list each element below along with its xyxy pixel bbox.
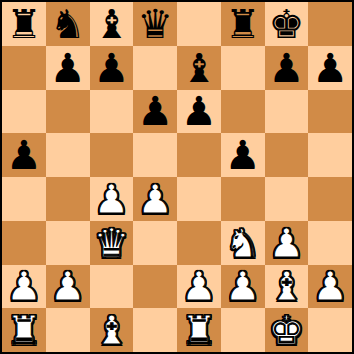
- square-c7[interactable]: ♟: [90, 46, 134, 90]
- square-f6[interactable]: [221, 90, 265, 134]
- piece-black-king: ♚: [268, 4, 304, 44]
- square-e3[interactable]: [177, 221, 221, 265]
- square-h1[interactable]: [308, 308, 352, 352]
- square-b2[interactable]: ♟: [46, 265, 90, 309]
- square-h8[interactable]: [308, 2, 352, 46]
- square-b3[interactable]: [46, 221, 90, 265]
- square-a7[interactable]: [2, 46, 46, 90]
- square-g1[interactable]: ♚: [265, 308, 309, 352]
- square-e1[interactable]: ♜: [177, 308, 221, 352]
- piece-black-pawn: ♟: [268, 48, 304, 88]
- piece-black-queen: ♛: [137, 4, 173, 44]
- square-a3[interactable]: [2, 221, 46, 265]
- square-d1[interactable]: [133, 308, 177, 352]
- square-e6[interactable]: ♟: [177, 90, 221, 134]
- square-c1[interactable]: ♝: [90, 308, 134, 352]
- square-e8[interactable]: [177, 2, 221, 46]
- square-b7[interactable]: ♟: [46, 46, 90, 90]
- square-c4[interactable]: ♟: [90, 177, 134, 221]
- square-g6[interactable]: [265, 90, 309, 134]
- square-h5[interactable]: [308, 133, 352, 177]
- piece-white-rook: ♜: [6, 310, 42, 350]
- square-b5[interactable]: [46, 133, 90, 177]
- piece-black-pawn: ♟: [225, 135, 261, 175]
- piece-white-rook: ♜: [181, 310, 217, 350]
- square-c5[interactable]: [90, 133, 134, 177]
- piece-white-pawn: ♟: [93, 179, 129, 219]
- square-h4[interactable]: [308, 177, 352, 221]
- piece-black-rook: ♜: [225, 4, 261, 44]
- square-c2[interactable]: [90, 265, 134, 309]
- piece-white-pawn: ♟: [225, 266, 261, 306]
- square-b4[interactable]: [46, 177, 90, 221]
- piece-black-pawn: ♟: [6, 135, 42, 175]
- square-a8[interactable]: ♜: [2, 2, 46, 46]
- square-h6[interactable]: [308, 90, 352, 134]
- piece-white-bishop: ♝: [268, 266, 304, 306]
- square-f1[interactable]: [221, 308, 265, 352]
- square-d7[interactable]: [133, 46, 177, 90]
- piece-white-pawn: ♟: [312, 266, 348, 306]
- piece-black-pawn: ♟: [312, 48, 348, 88]
- piece-white-pawn: ♟: [6, 266, 42, 306]
- piece-black-bishop: ♝: [93, 4, 129, 44]
- square-c8[interactable]: ♝: [90, 2, 134, 46]
- square-g8[interactable]: ♚: [265, 2, 309, 46]
- piece-white-pawn: ♟: [181, 266, 217, 306]
- square-a2[interactable]: ♟: [2, 265, 46, 309]
- square-f2[interactable]: ♟: [221, 265, 265, 309]
- square-e7[interactable]: ♝: [177, 46, 221, 90]
- square-h7[interactable]: ♟: [308, 46, 352, 90]
- piece-black-pawn: ♟: [181, 91, 217, 131]
- piece-black-knight: ♞: [50, 4, 86, 44]
- square-g4[interactable]: [265, 177, 309, 221]
- square-f3[interactable]: ♞: [221, 221, 265, 265]
- piece-black-rook: ♜: [6, 4, 42, 44]
- square-b6[interactable]: [46, 90, 90, 134]
- square-e2[interactable]: ♟: [177, 265, 221, 309]
- square-d4[interactable]: ♟: [133, 177, 177, 221]
- piece-white-pawn: ♟: [268, 223, 304, 263]
- piece-black-bishop: ♝: [181, 48, 217, 88]
- square-f4[interactable]: [221, 177, 265, 221]
- square-h2[interactable]: ♟: [308, 265, 352, 309]
- square-a1[interactable]: ♜: [2, 308, 46, 352]
- square-f8[interactable]: ♜: [221, 2, 265, 46]
- square-d8[interactable]: ♛: [133, 2, 177, 46]
- square-a5[interactable]: ♟: [2, 133, 46, 177]
- square-g7[interactable]: ♟: [265, 46, 309, 90]
- chess-board: ♜♞♝♛♜♚♟♟♝♟♟♟♟♟♟♟♟♛♞♟♟♟♟♟♝♟♜♝♜♚: [0, 0, 354, 354]
- square-d3[interactable]: [133, 221, 177, 265]
- square-g3[interactable]: ♟: [265, 221, 309, 265]
- piece-white-queen: ♛: [93, 223, 129, 263]
- square-g2[interactable]: ♝: [265, 265, 309, 309]
- square-c3[interactable]: ♛: [90, 221, 134, 265]
- piece-white-king: ♚: [268, 310, 304, 350]
- square-h3[interactable]: [308, 221, 352, 265]
- square-b1[interactable]: [46, 308, 90, 352]
- square-d2[interactable]: [133, 265, 177, 309]
- piece-white-knight: ♞: [225, 223, 261, 263]
- square-d5[interactable]: [133, 133, 177, 177]
- piece-white-bishop: ♝: [93, 310, 129, 350]
- piece-white-pawn: ♟: [50, 266, 86, 306]
- piece-white-pawn: ♟: [137, 179, 173, 219]
- square-g5[interactable]: [265, 133, 309, 177]
- piece-black-pawn: ♟: [137, 91, 173, 131]
- square-b8[interactable]: ♞: [46, 2, 90, 46]
- square-a6[interactable]: [2, 90, 46, 134]
- square-c6[interactable]: [90, 90, 134, 134]
- piece-black-pawn: ♟: [50, 48, 86, 88]
- square-e4[interactable]: [177, 177, 221, 221]
- square-f5[interactable]: ♟: [221, 133, 265, 177]
- piece-black-pawn: ♟: [93, 48, 129, 88]
- square-f7[interactable]: [221, 46, 265, 90]
- square-d6[interactable]: ♟: [133, 90, 177, 134]
- square-a4[interactable]: [2, 177, 46, 221]
- square-e5[interactable]: [177, 133, 221, 177]
